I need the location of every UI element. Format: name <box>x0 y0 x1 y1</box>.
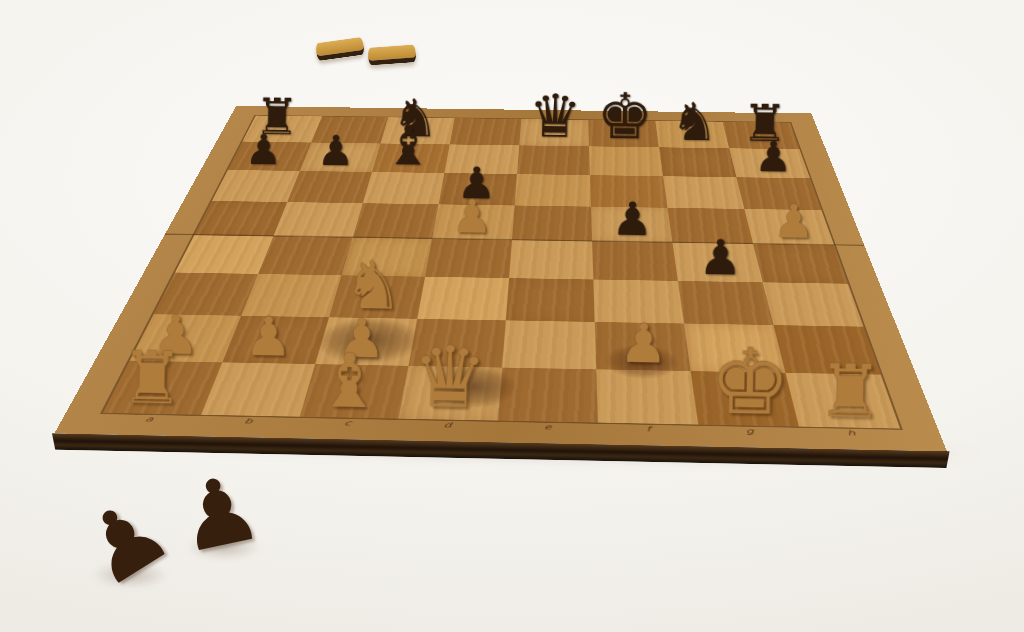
file-label-c: c <box>297 418 398 428</box>
square-f7[interactable] <box>589 146 663 176</box>
square-c7[interactable] <box>372 143 450 173</box>
pawn-glyph: ♟ <box>245 130 283 169</box>
file-label-a: a <box>98 414 200 424</box>
piece-black-pawn-f5[interactable]: ♟ <box>591 207 672 243</box>
photo-background: ♜♞♛♚♞♜♟♟♝♟♟♟♟♟♟♞♟♟♟♟♜♝♛♚♜ abcdefgh ♟♟ <box>0 0 1024 632</box>
piece-white-rook-h1[interactable]: ♜ <box>785 373 900 429</box>
queen-glyph: ♛ <box>528 89 582 144</box>
file-label-e: e <box>497 422 598 432</box>
piece-black-pawn-g4[interactable]: ♟ <box>672 243 762 283</box>
king-glyph: ♚ <box>596 87 653 146</box>
piece-white-pawn-f2[interactable]: ♟ <box>595 322 691 371</box>
pawn-glyph: ♟ <box>317 131 355 170</box>
queen-glyph: ♛ <box>410 339 487 418</box>
piece-black-queen-e8[interactable]: ♛ <box>519 119 589 146</box>
captured-light-pawn[interactable] <box>367 44 416 65</box>
pawn-glyph: ♟ <box>612 197 654 240</box>
pawn-glyph: ♟ <box>619 318 669 369</box>
square-e6[interactable] <box>515 174 591 207</box>
square-g8[interactable] <box>655 121 729 148</box>
king-glyph: ♚ <box>708 340 791 425</box>
piece-black-pawn-h7[interactable]: ♟ <box>729 148 810 178</box>
piece-white-bishop-c1[interactable]: ♝ <box>300 364 409 419</box>
pawn-glyph: ♟ <box>245 311 294 361</box>
file-label-h: h <box>799 428 903 438</box>
piece-white-queen-d1[interactable]: ♛ <box>399 366 503 421</box>
pawn-glyph: ♟ <box>754 137 793 176</box>
pieces-layer: ♜♞♛♚♞♜♟♟♝♟♟♟♟♟♟♞♟♟♟♟♜♝♛♚♜ <box>103 116 900 429</box>
file-label-g: g <box>698 426 801 436</box>
piece-black-king-f8[interactable]: ♚ <box>588 120 659 147</box>
pawn-glyph: ♟ <box>773 200 816 243</box>
piece-white-pawn-b2[interactable]: ♟ <box>222 316 329 364</box>
rook-glyph: ♜ <box>817 358 884 426</box>
piece-white-king-g1[interactable]: ♚ <box>691 371 799 426</box>
bishop-glyph: ♝ <box>316 346 384 416</box>
piece-white-rook-a1[interactable]: ♜ <box>103 361 222 415</box>
piece-white-pawn-h5[interactable]: ♟ <box>744 209 834 245</box>
pawn-glyph: ♟ <box>699 235 744 280</box>
file-label-f: f <box>598 424 700 434</box>
chess-board: ♜♞♛♚♞♜♟♟♝♟♟♟♟♟♟♞♟♟♟♟♜♝♛♚♜ abcdefgh <box>54 106 947 451</box>
file-label-d: d <box>397 420 498 430</box>
rook-glyph: ♜ <box>120 345 185 412</box>
piece-black-pawn-a7[interactable]: ♟ <box>228 142 311 171</box>
file-label-b: b <box>197 416 299 426</box>
board-front-edge <box>52 433 950 468</box>
piece-black-pawn-b7[interactable]: ♟ <box>300 143 381 172</box>
